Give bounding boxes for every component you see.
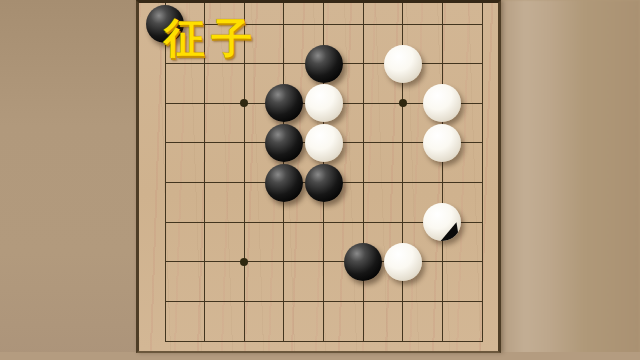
star-point xyxy=(399,99,407,107)
black-stone xyxy=(344,243,382,281)
black-stone xyxy=(265,84,303,122)
grid-vertical-line xyxy=(482,3,483,341)
black-stone xyxy=(265,164,303,202)
grid-vertical-line xyxy=(442,3,443,341)
grid-horizontal-line xyxy=(165,301,483,302)
marked-white-stone xyxy=(423,203,461,241)
white-stone xyxy=(305,124,343,162)
background-bottom-strip xyxy=(0,352,640,360)
background-left-panel xyxy=(0,0,137,360)
white-stone xyxy=(384,243,422,281)
black-stone xyxy=(305,164,343,202)
caption-text: 征子 xyxy=(164,18,258,59)
white-stone xyxy=(305,84,343,122)
grid-vertical-line xyxy=(363,3,364,341)
triangle-marker xyxy=(423,203,461,241)
black-stone xyxy=(265,124,303,162)
black-stone xyxy=(305,45,343,83)
grid-horizontal-line xyxy=(165,341,483,342)
white-stone xyxy=(423,124,461,162)
white-stone xyxy=(423,84,461,122)
video-frame: 征子 xyxy=(0,0,640,360)
star-point xyxy=(240,258,248,266)
star-point xyxy=(240,99,248,107)
white-stone xyxy=(384,45,422,83)
background-right-blur xyxy=(500,0,640,360)
grid-horizontal-line xyxy=(165,261,483,262)
